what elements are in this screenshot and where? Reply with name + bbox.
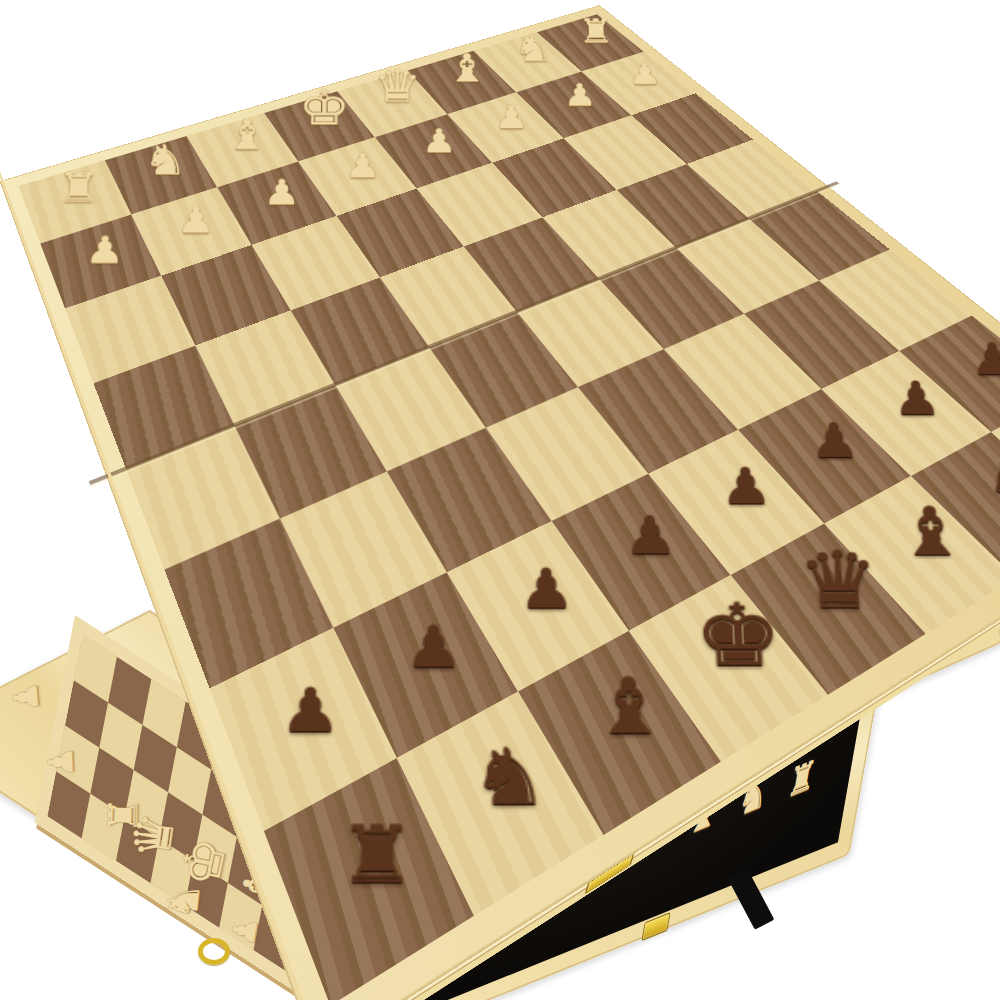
square <box>517 279 664 387</box>
white-pawn: ♟ <box>26 231 182 268</box>
square <box>749 191 890 280</box>
square <box>578 349 738 474</box>
square: ♟ <box>40 214 161 308</box>
square: ♜ <box>18 160 131 243</box>
white-rook: ♜ <box>535 14 657 47</box>
white-pawn-magnet: ♟ <box>226 914 262 948</box>
square: ♟ <box>516 72 631 139</box>
brass-ring-icon <box>198 938 230 965</box>
square <box>486 387 649 521</box>
square <box>93 345 234 469</box>
white-knight-stored: ♞ <box>734 770 771 824</box>
white-pawn-magnet: ♟ <box>232 715 266 746</box>
white-knight: ♞ <box>93 140 235 181</box>
square <box>599 248 744 349</box>
white-bishop-magnet: ♝ <box>233 862 286 912</box>
white-rook: ♜ <box>4 167 151 207</box>
square: ♟ <box>375 114 492 188</box>
white-pawn-magnet: ♟ <box>43 746 78 778</box>
black-bishop-stored: ♝ <box>849 540 885 590</box>
black-king-stored: ♚ <box>793 551 839 614</box>
white-knight-magnet: ♞ <box>161 880 207 922</box>
white-pawn-magnet: ♟ <box>312 835 346 866</box>
black-pawn-stored: ♟ <box>780 512 804 545</box>
white-rook-stored: ♜ <box>407 909 438 954</box>
white-knight: ♞ <box>470 31 594 66</box>
square <box>542 190 676 279</box>
square <box>429 312 578 428</box>
square: ♟ <box>298 137 416 216</box>
square: ♟ <box>217 161 336 244</box>
brass-clasp-icon <box>957 464 977 497</box>
square: ♜ <box>537 14 644 71</box>
square <box>337 189 464 278</box>
black-pawn-stored: ♟ <box>734 530 757 562</box>
fold-seam <box>89 181 839 485</box>
black-pawn-stored: ♟ <box>872 474 898 510</box>
black-pawn-stored: ♟ <box>688 549 710 579</box>
white-pawn: ♟ <box>514 79 645 109</box>
white-pawn: ♟ <box>208 174 354 208</box>
square <box>744 281 899 389</box>
square <box>676 219 819 314</box>
brass-clasp-icon <box>807 176 836 207</box>
square <box>617 164 749 248</box>
square: ♟ <box>131 187 251 276</box>
white-bishop: ♝ <box>177 114 315 156</box>
square <box>252 216 380 310</box>
white-pawn-magnet: ♟ <box>7 680 44 713</box>
white-bishop-stored: ♝ <box>685 785 724 842</box>
square <box>564 115 687 190</box>
black-knight-stored: ♞ <box>648 639 678 680</box>
square: ♟ <box>582 52 696 115</box>
black-pawn: ♟ <box>825 376 1000 422</box>
white-pawn-stored: ♟ <box>622 757 648 794</box>
square <box>161 245 290 346</box>
white-pawn: ♟ <box>369 124 507 156</box>
black-pawn: ♟ <box>904 337 1000 381</box>
open-case-view: ♟♟♟♟♟♟♟♟♜♞♝♛♚♝♞♜ ♟♟♟♟♟♟♟♟♜♞♝♛♚♝♞♜ <box>440 548 1000 1000</box>
square: ♟ <box>448 92 564 162</box>
white-pawn-magnet: ♟ <box>163 631 209 675</box>
square <box>492 138 616 217</box>
white-pawn: ♟ <box>444 101 579 132</box>
black-pawn-stored: ♟ <box>917 457 944 494</box>
white-pawn-stored: ♟ <box>527 792 551 826</box>
black-pawn-stored: ♟ <box>596 587 616 615</box>
square <box>417 163 543 247</box>
white-pawn-stored: ♟ <box>479 809 503 843</box>
square: ♝ <box>407 51 516 114</box>
product-photo: ♜♞♝♚♛♝♞♜♟♟♟♟♟♟♟♟♟♟♟♟♟♟♟♟♜♞♝♚♛♝♞♜ ♟♟♝♜♞ ♟… <box>0 0 1000 1000</box>
black-bishop-stored: ♝ <box>695 615 727 659</box>
black-queen-stored: ♛ <box>740 580 782 638</box>
white-king-stored: ♚ <box>628 794 676 863</box>
square <box>291 277 430 385</box>
square: ♞ <box>474 32 582 92</box>
square <box>664 314 822 430</box>
square <box>687 140 818 219</box>
square <box>195 310 335 425</box>
white-pawn: ♟ <box>291 149 433 182</box>
white-pawn: ♟ <box>120 202 271 238</box>
square <box>235 385 387 519</box>
square <box>631 93 753 164</box>
black-rook-stored: ♜ <box>940 508 972 552</box>
white-knight-stored: ♞ <box>460 884 493 932</box>
white-pawn-stored: ♟ <box>766 705 793 744</box>
white-pawn-stored: ♟ <box>670 740 696 777</box>
square: ♝ <box>187 113 299 187</box>
square: ♛ <box>338 71 448 138</box>
square <box>464 217 600 312</box>
square: ♜ <box>991 391 1000 526</box>
black-knight-stored: ♞ <box>896 525 930 572</box>
white-bishop-stored: ♝ <box>514 860 549 911</box>
square <box>335 347 486 471</box>
square: ♚ <box>264 91 375 161</box>
white-pawn: ♟ <box>580 58 708 88</box>
white-king: ♚ <box>257 83 391 131</box>
white-queen: ♛ <box>332 64 462 109</box>
white-rook-stored: ♜ <box>784 753 819 804</box>
white-bishop: ♝ <box>403 49 530 87</box>
square <box>819 249 972 351</box>
black-rook-stored: ♜ <box>600 663 628 702</box>
square: ♞ <box>105 136 217 214</box>
square <box>380 246 517 347</box>
black-pawn-stored: ♟ <box>826 493 851 527</box>
white-pawn-stored: ♟ <box>432 827 455 860</box>
white-pawn-stored: ♟ <box>718 723 745 762</box>
black-pawn-stored: ♟ <box>642 568 663 597</box>
square <box>65 276 195 383</box>
